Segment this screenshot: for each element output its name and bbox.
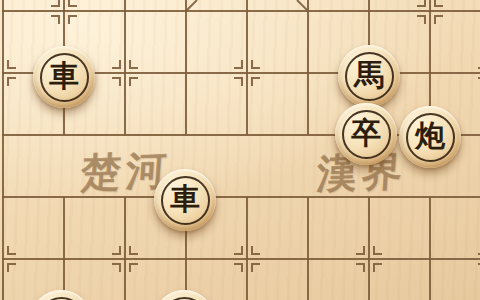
piece-ring: [37, 297, 86, 300]
piece-glyph-horse: 馬: [354, 60, 384, 90]
file-lines-lower: [64, 197, 430, 300]
piece-ring: 卒: [342, 110, 391, 159]
piece-glyph-cannon: 炮: [415, 121, 445, 151]
piece-ring: 炮: [406, 113, 455, 162]
piece-glyph-chariot: 車: [170, 184, 200, 214]
piece-ring: 車: [161, 176, 210, 225]
piece-black-soldier[interactable]: 卒: [335, 103, 397, 165]
piece-black-cannon[interactable]: 炮: [399, 106, 461, 168]
piece-black-chariot-center[interactable]: 車: [154, 169, 216, 231]
piece-ring: 車: [40, 53, 89, 102]
piece-ring: 馬: [345, 52, 394, 101]
piece-black-horse[interactable]: 馬: [338, 45, 400, 107]
xiangqi-board: 楚河 漢界 車 馬 炮 卒 車: [0, 0, 480, 300]
piece-black-chariot-left[interactable]: 車: [33, 46, 95, 108]
piece-glyph-soldier: 卒: [351, 118, 381, 148]
piece-glyph-chariot: 車: [49, 61, 79, 91]
piece-ring: [160, 297, 209, 300]
